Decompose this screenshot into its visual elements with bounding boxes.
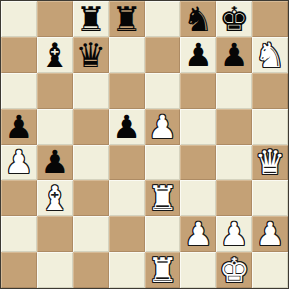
square-b5[interactable]	[37, 109, 73, 145]
square-h8[interactable]	[252, 1, 288, 37]
black-rook-c8[interactable]: ♜	[75, 1, 105, 37]
square-e4[interactable]	[145, 145, 181, 181]
black-king-g8[interactable]: ♚	[219, 1, 249, 37]
square-d6[interactable]	[109, 73, 145, 109]
square-e1[interactable]: ♜	[145, 252, 181, 288]
square-d3[interactable]	[109, 180, 145, 216]
square-d4[interactable]	[109, 145, 145, 181]
square-f3[interactable]	[180, 180, 216, 216]
white-pawn-e5[interactable]: ♟	[148, 109, 177, 145]
square-h1[interactable]	[252, 252, 288, 288]
white-knight-h7[interactable]: ♞	[255, 37, 285, 73]
black-bishop-b7[interactable]: ♝	[40, 37, 70, 73]
square-a8[interactable]	[1, 1, 37, 37]
black-pawn-b4[interactable]: ♟	[40, 145, 69, 181]
white-king-g1[interactable]: ♚	[219, 252, 249, 288]
white-pawn-h2[interactable]: ♟	[256, 216, 285, 252]
square-b3[interactable]: ♝	[37, 180, 73, 216]
square-c1[interactable]	[73, 252, 109, 288]
square-a5[interactable]: ♟	[1, 109, 37, 145]
square-b7[interactable]: ♝	[37, 37, 73, 73]
square-a7[interactable]	[1, 37, 37, 73]
square-e3[interactable]: ♜	[145, 180, 181, 216]
square-h3[interactable]	[252, 180, 288, 216]
white-rook-e1[interactable]: ♜	[147, 252, 177, 288]
square-g5[interactable]	[216, 109, 252, 145]
square-g7[interactable]: ♟	[216, 37, 252, 73]
square-a2[interactable]	[1, 216, 37, 252]
square-d5[interactable]: ♟	[109, 109, 145, 145]
white-pawn-g2[interactable]: ♟	[220, 216, 249, 252]
square-g4[interactable]	[216, 145, 252, 181]
square-c3[interactable]	[73, 180, 109, 216]
square-c6[interactable]	[73, 73, 109, 109]
square-h7[interactable]: ♞	[252, 37, 288, 73]
square-g2[interactable]: ♟	[216, 216, 252, 252]
black-knight-f8[interactable]: ♞	[183, 1, 213, 37]
square-h2[interactable]: ♟	[252, 216, 288, 252]
square-b6[interactable]	[37, 73, 73, 109]
square-e2[interactable]	[145, 216, 181, 252]
square-f1[interactable]	[180, 252, 216, 288]
chess-board: ♜♜♞♚♝♛♟♟♞♟♟♟♟♟♛♝♜♟♟♟♜♚	[0, 0, 289, 289]
square-g6[interactable]	[216, 73, 252, 109]
square-f8[interactable]: ♞	[180, 1, 216, 37]
square-e5[interactable]: ♟	[145, 109, 181, 145]
square-b1[interactable]	[37, 252, 73, 288]
square-f2[interactable]: ♟	[180, 216, 216, 252]
white-pawn-a4[interactable]: ♟	[5, 145, 34, 181]
white-pawn-f2[interactable]: ♟	[184, 216, 213, 252]
square-g3[interactable]	[216, 180, 252, 216]
black-rook-d8[interactable]: ♜	[111, 1, 141, 37]
square-c8[interactable]: ♜	[73, 1, 109, 37]
square-c2[interactable]	[73, 216, 109, 252]
square-b2[interactable]	[37, 216, 73, 252]
black-pawn-d5[interactable]: ♟	[112, 109, 141, 145]
square-d2[interactable]	[109, 216, 145, 252]
square-h5[interactable]	[252, 109, 288, 145]
square-g8[interactable]: ♚	[216, 1, 252, 37]
square-f6[interactable]	[180, 73, 216, 109]
square-c5[interactable]	[73, 109, 109, 145]
square-f4[interactable]	[180, 145, 216, 181]
white-rook-e3[interactable]: ♜	[147, 180, 177, 216]
square-e8[interactable]	[145, 1, 181, 37]
square-c4[interactable]	[73, 145, 109, 181]
square-h4[interactable]: ♛	[252, 145, 288, 181]
square-a1[interactable]	[1, 252, 37, 288]
black-queen-c7[interactable]: ♛	[75, 37, 105, 73]
square-d7[interactable]	[109, 37, 145, 73]
white-bishop-b3[interactable]: ♝	[40, 180, 70, 216]
square-e7[interactable]	[145, 37, 181, 73]
square-d8[interactable]: ♜	[109, 1, 145, 37]
square-e6[interactable]	[145, 73, 181, 109]
white-queen-h4[interactable]: ♛	[255, 145, 285, 181]
black-pawn-a5[interactable]: ♟	[5, 109, 34, 145]
square-f5[interactable]	[180, 109, 216, 145]
square-a3[interactable]	[1, 180, 37, 216]
square-b4[interactable]: ♟	[37, 145, 73, 181]
black-pawn-f7[interactable]: ♟	[184, 37, 213, 73]
square-b8[interactable]	[37, 1, 73, 37]
square-f7[interactable]: ♟	[180, 37, 216, 73]
square-d1[interactable]	[109, 252, 145, 288]
square-c7[interactable]: ♛	[73, 37, 109, 73]
square-h6[interactable]	[252, 73, 288, 109]
square-g1[interactable]: ♚	[216, 252, 252, 288]
black-pawn-g7[interactable]: ♟	[220, 37, 249, 73]
square-a4[interactable]: ♟	[1, 145, 37, 181]
square-a6[interactable]	[1, 73, 37, 109]
